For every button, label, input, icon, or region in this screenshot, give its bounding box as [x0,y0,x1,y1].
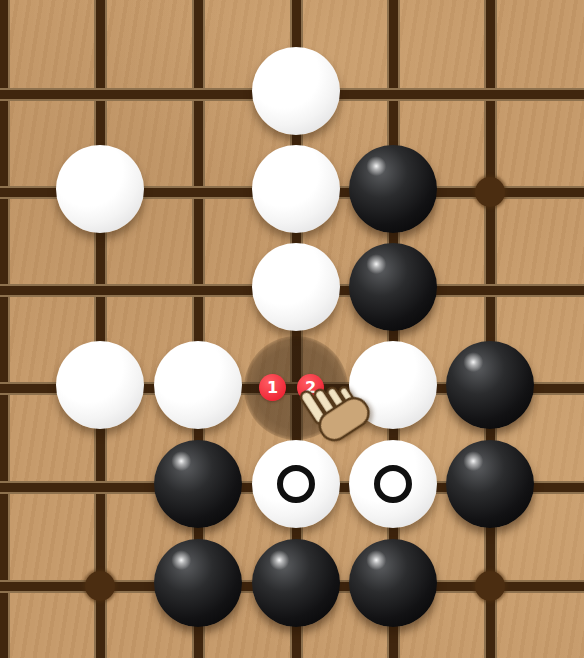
star-point [85,571,115,601]
tap-badge-1: 1 [259,374,286,401]
black-stone [446,341,534,429]
white-stone [56,341,144,429]
white-stone [252,145,340,233]
white-stone [252,243,340,331]
black-stone [349,145,437,233]
white-stone [154,341,242,429]
black-stone [252,539,340,627]
circle-mark [374,465,412,503]
star-point [475,177,505,207]
star-point [475,571,505,601]
black-stone [154,539,242,627]
marked-white-stone [349,440,437,528]
go-board[interactable]: 1 2 [0,0,584,658]
black-stone [154,440,242,528]
black-stone [349,243,437,331]
black-stone [446,440,534,528]
white-stone [56,145,144,233]
white-stone [252,47,340,135]
circle-mark [277,465,315,503]
marked-white-stone [252,440,340,528]
black-stone [349,539,437,627]
